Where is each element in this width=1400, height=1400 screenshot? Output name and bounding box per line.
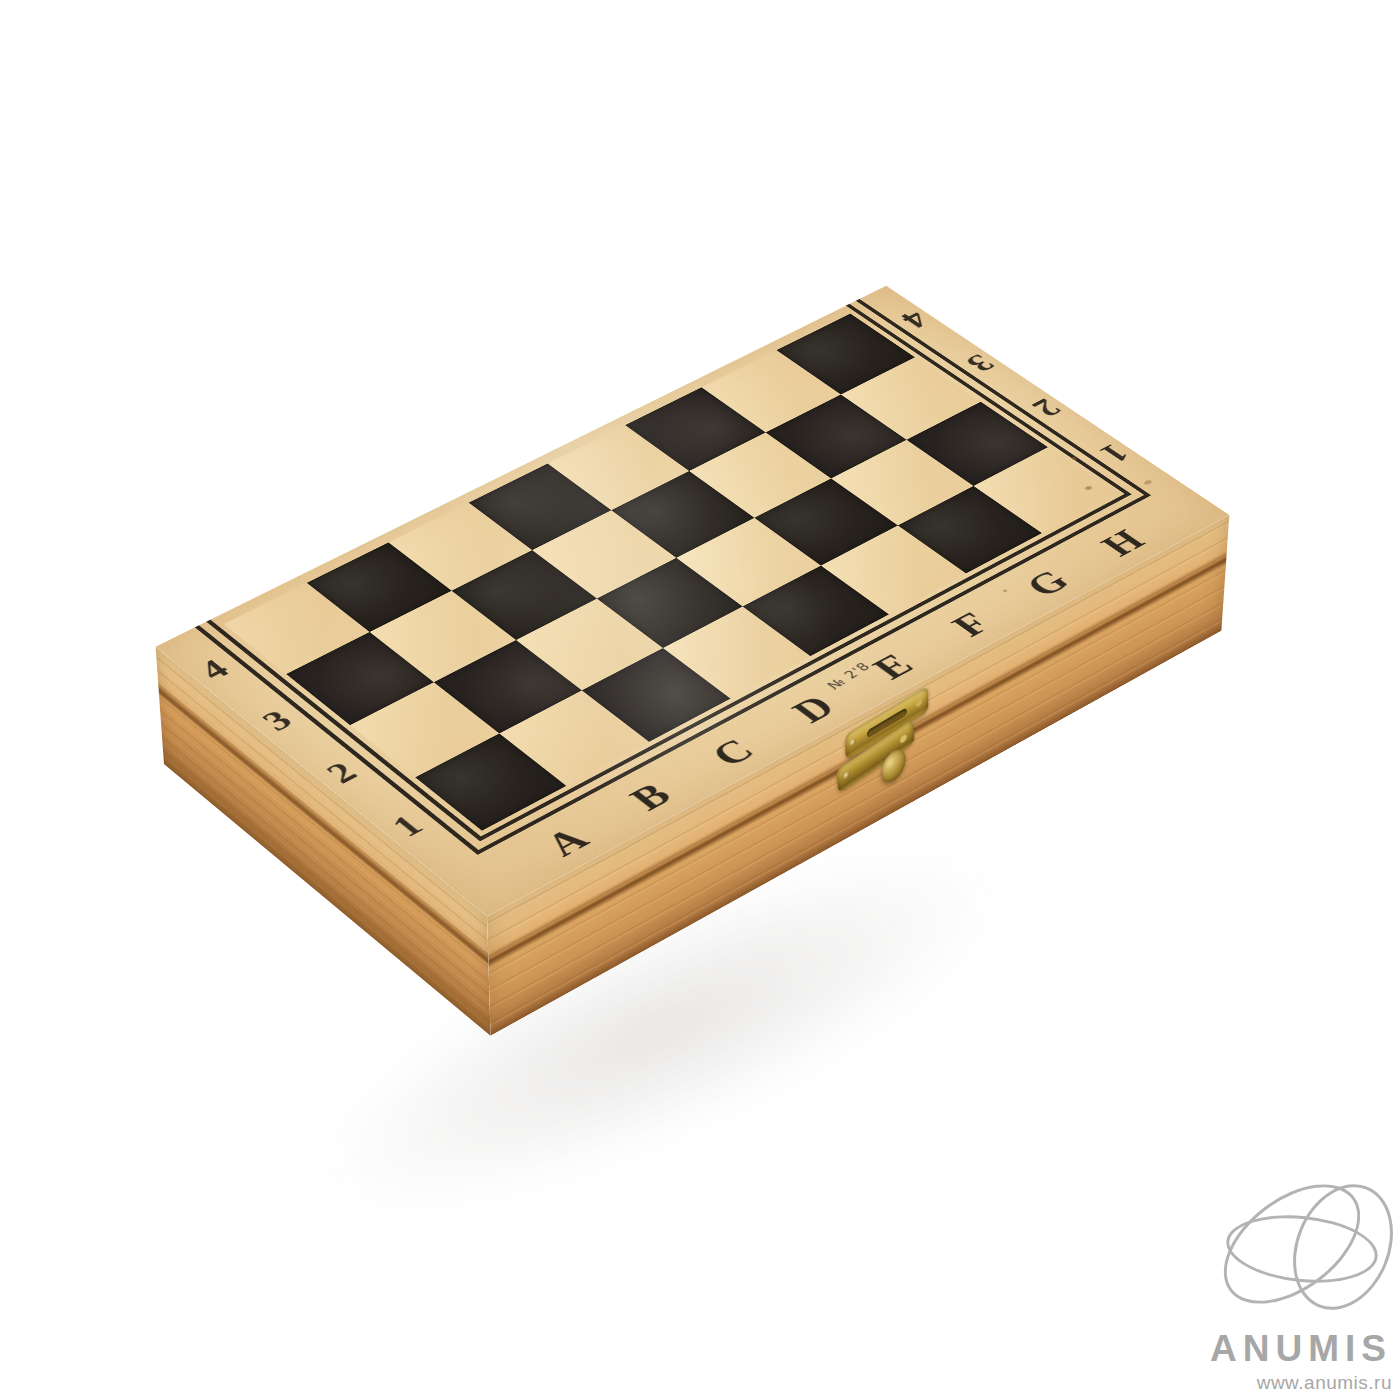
file-label-b: B [620, 776, 681, 817]
file-label-a: A [535, 820, 599, 863]
brand-url: www.anumis.ru [1162, 1372, 1392, 1394]
watermark: ANUMIS www.anumis.ru [1162, 1172, 1392, 1394]
file-label-h: H [1091, 523, 1154, 562]
file-label-e: E [863, 647, 923, 686]
file-label-f: F [942, 606, 1000, 644]
stamp-number: № 2'8 [824, 660, 874, 692]
background: ABCDEFGH 4321 4321 № 2'8 [0, 0, 1400, 1400]
board-square-b1 [499, 690, 649, 785]
file-label-g: G [1015, 563, 1079, 603]
anumis-logo [1212, 1172, 1392, 1322]
board-square-a3 [286, 632, 434, 725]
board-square-b2 [434, 640, 582, 733]
board-square-a1 [415, 733, 566, 830]
file-label-d: D [782, 688, 845, 729]
rank-label-left-1: 1 [383, 809, 431, 843]
board-square-a2 [350, 682, 499, 777]
board-square-a4 [224, 583, 370, 674]
file-label-c: C [701, 732, 764, 774]
board-square-b3 [370, 591, 516, 682]
board-square-d1 [663, 606, 810, 698]
chess-box: ABCDEFGH 4321 4321 № 2'8 [156, 286, 1230, 917]
brand-name: ANUMIS [1162, 1328, 1392, 1370]
wood-speck [1002, 589, 1008, 592]
board-square-c2 [516, 599, 663, 691]
board-square-c1 [582, 648, 731, 742]
wood-speck [1143, 479, 1153, 485]
